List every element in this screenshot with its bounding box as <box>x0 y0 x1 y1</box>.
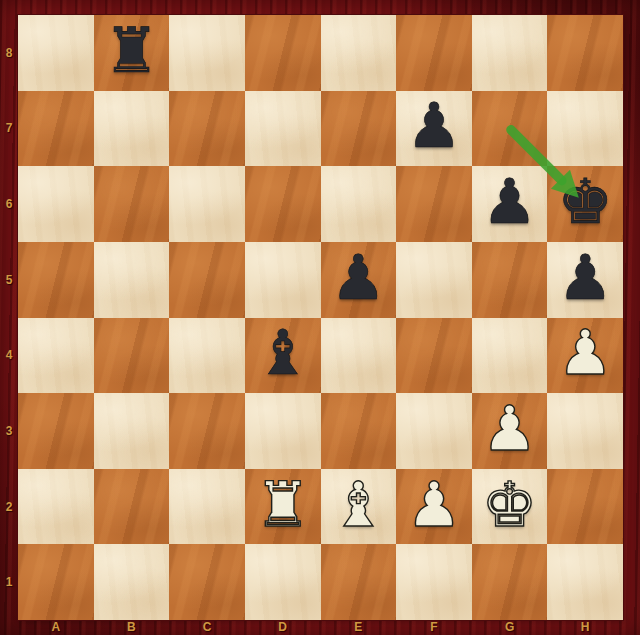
square-f6[interactable] <box>396 166 472 242</box>
square-d5[interactable] <box>245 242 321 318</box>
square-e1[interactable] <box>321 544 397 620</box>
file-label-b: B <box>94 619 170 635</box>
square-b3[interactable] <box>94 393 170 469</box>
square-a7[interactable] <box>18 91 94 167</box>
square-f5[interactable] <box>396 242 472 318</box>
square-e3[interactable] <box>321 393 397 469</box>
square-b4[interactable] <box>94 318 170 394</box>
square-h5[interactable]: ♟ <box>547 242 623 318</box>
file-label-a: A <box>18 619 94 635</box>
black-rook[interactable]: ♜ <box>104 20 160 82</box>
square-d7[interactable] <box>245 91 321 167</box>
square-d1[interactable] <box>245 544 321 620</box>
square-f3[interactable] <box>396 393 472 469</box>
square-e7[interactable] <box>321 91 397 167</box>
square-a2[interactable] <box>18 469 94 545</box>
square-e4[interactable] <box>321 318 397 394</box>
rank-label-8: 8 <box>0 15 18 91</box>
rank-label-6: 6 <box>0 166 18 242</box>
square-c5[interactable] <box>169 242 245 318</box>
white-pawn[interactable]: ♟ <box>406 474 462 536</box>
black-bishop[interactable]: ♝ <box>255 322 311 384</box>
square-h6[interactable]: ♚ <box>547 166 623 242</box>
square-d8[interactable] <box>245 15 321 91</box>
square-a3[interactable] <box>18 393 94 469</box>
square-f4[interactable] <box>396 318 472 394</box>
square-e6[interactable] <box>321 166 397 242</box>
square-d6[interactable] <box>245 166 321 242</box>
square-f2[interactable]: ♟ <box>396 469 472 545</box>
square-h7[interactable] <box>547 91 623 167</box>
file-label-c: C <box>169 619 245 635</box>
square-d4[interactable]: ♝ <box>245 318 321 394</box>
square-b5[interactable] <box>94 242 170 318</box>
square-f7[interactable]: ♟ <box>396 91 472 167</box>
square-h3[interactable] <box>547 393 623 469</box>
rank-label-7: 7 <box>0 91 18 167</box>
square-g4[interactable] <box>472 318 548 394</box>
square-e8[interactable] <box>321 15 397 91</box>
square-g8[interactable] <box>472 15 548 91</box>
square-d3[interactable] <box>245 393 321 469</box>
square-b1[interactable] <box>94 544 170 620</box>
white-pawn[interactable]: ♟ <box>557 322 613 384</box>
file-label-h: H <box>547 619 623 635</box>
file-label-f: F <box>396 619 472 635</box>
square-g2[interactable]: ♚ <box>472 469 548 545</box>
square-a4[interactable] <box>18 318 94 394</box>
black-pawn[interactable]: ♟ <box>482 171 538 233</box>
square-f1[interactable] <box>396 544 472 620</box>
file-label-e: E <box>321 619 397 635</box>
square-e2[interactable]: ♝ <box>321 469 397 545</box>
square-g5[interactable] <box>472 242 548 318</box>
square-c4[interactable] <box>169 318 245 394</box>
square-g1[interactable] <box>472 544 548 620</box>
square-h4[interactable]: ♟ <box>547 318 623 394</box>
square-e5[interactable]: ♟ <box>321 242 397 318</box>
square-c1[interactable] <box>169 544 245 620</box>
square-c7[interactable] <box>169 91 245 167</box>
rank-label-1: 1 <box>0 544 18 620</box>
square-b7[interactable] <box>94 91 170 167</box>
square-b8[interactable]: ♜ <box>94 15 170 91</box>
square-d2[interactable]: ♜ <box>245 469 321 545</box>
square-a6[interactable] <box>18 166 94 242</box>
square-g7[interactable] <box>472 91 548 167</box>
file-label-d: D <box>245 619 321 635</box>
square-g3[interactable]: ♟ <box>472 393 548 469</box>
chess-board: ♜♟♟♚♟♟♝♟♟♜♝♟♚ <box>18 15 623 620</box>
rank-label-4: 4 <box>0 318 18 394</box>
square-c8[interactable] <box>169 15 245 91</box>
square-h8[interactable] <box>547 15 623 91</box>
white-king[interactable]: ♚ <box>482 474 538 536</box>
rank-label-5: 5 <box>0 242 18 318</box>
white-bishop[interactable]: ♝ <box>331 474 387 536</box>
white-pawn[interactable]: ♟ <box>482 398 538 460</box>
square-g6[interactable]: ♟ <box>472 166 548 242</box>
black-pawn[interactable]: ♟ <box>557 247 613 309</box>
rank-label-3: 3 <box>0 393 18 469</box>
square-c3[interactable] <box>169 393 245 469</box>
file-label-g: G <box>472 619 548 635</box>
square-a1[interactable] <box>18 544 94 620</box>
white-rook[interactable]: ♜ <box>255 474 311 536</box>
black-king[interactable]: ♚ <box>557 171 613 233</box>
rank-label-2: 2 <box>0 469 18 545</box>
square-b6[interactable] <box>94 166 170 242</box>
chess-board-frame: ♜♟♟♚♟♟♝♟♟♜♝♟♚ 87654321 ABCDEFGH <box>0 0 640 635</box>
square-c2[interactable] <box>169 469 245 545</box>
black-pawn[interactable]: ♟ <box>331 247 387 309</box>
square-a8[interactable] <box>18 15 94 91</box>
square-a5[interactable] <box>18 242 94 318</box>
square-b2[interactable] <box>94 469 170 545</box>
square-h2[interactable] <box>547 469 623 545</box>
square-f8[interactable] <box>396 15 472 91</box>
black-pawn[interactable]: ♟ <box>406 95 462 157</box>
square-h1[interactable] <box>547 544 623 620</box>
square-c6[interactable] <box>169 166 245 242</box>
